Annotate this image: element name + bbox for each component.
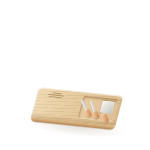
product-photo-canvas <box>0 0 150 150</box>
cheese-cleaver-blade <box>100 101 115 114</box>
engraved-logo <box>47 92 67 102</box>
cheese-knife-1-blade <box>80 98 88 110</box>
cleaver-recess <box>99 100 116 115</box>
knife-tray-recess <box>78 96 119 122</box>
engraved-logo-mark-line <box>49 96 62 99</box>
cheese-knife-2-blade <box>90 99 97 112</box>
cheese-board <box>31 87 124 126</box>
